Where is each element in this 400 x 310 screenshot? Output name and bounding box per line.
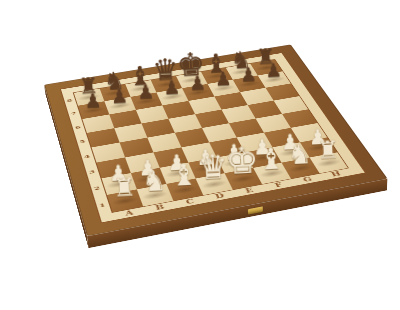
brass-clasp-icon [248, 206, 263, 214]
chess-set-photo: ABCDEFGH12345678♜♞♝♛♚♝♞♜♟♟♟♟♟♟♟♟♟♟♟♟♟♟♟♟… [0, 0, 400, 310]
black-pawn-icon: ♟ [64, 89, 123, 111]
chess-board: ABCDEFGH12345678♜♞♝♛♚♝♞♜♟♟♟♟♟♟♟♟♟♟♟♟♟♟♟♟… [44, 44, 387, 236]
white-rook-icon: ♜ [91, 174, 158, 203]
